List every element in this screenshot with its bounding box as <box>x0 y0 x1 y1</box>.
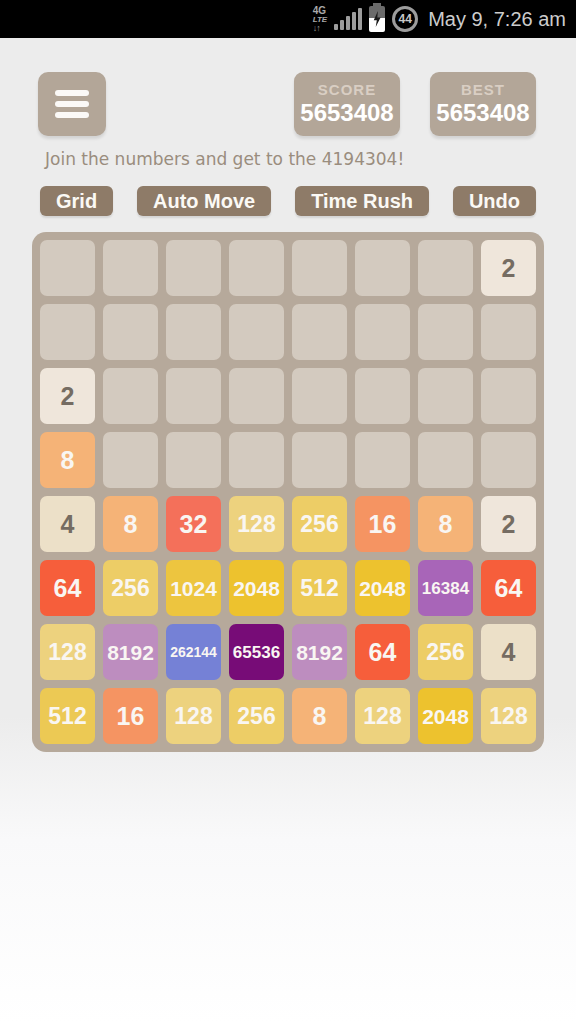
tile-32-r5c3: 32 <box>166 496 221 552</box>
empty-cell-r2c7 <box>418 304 473 360</box>
auto-move-button[interactable]: Auto Move <box>137 186 271 216</box>
tile-64-r7c6: 64 <box>355 624 410 680</box>
network-type-label: 4G <box>313 6 326 16</box>
empty-cell-r4c8 <box>481 432 536 488</box>
header: SCORE 5653408 BEST 5653408 <box>0 38 576 136</box>
tile-262144-r7c3: 262144 <box>166 624 221 680</box>
tagline: Join the numbers and get to the 4194304! <box>45 149 536 169</box>
empty-cell-r1c2 <box>103 240 158 296</box>
empty-cell-r1c7 <box>418 240 473 296</box>
tile-256-r8c4: 256 <box>229 688 284 744</box>
status-time: May 9, 7:26 am <box>428 8 566 31</box>
empty-cell-r4c5 <box>292 432 347 488</box>
network-4g-lte-icon: 4G LTE ↓↑ <box>313 6 328 33</box>
app-screen: 4G LTE ↓↑ 44 May 9, 7:26 am SCORE 565340… <box>0 0 576 1024</box>
tile-65536-r7c4: 65536 <box>229 624 284 680</box>
tile-2048-r8c7: 2048 <box>418 688 473 744</box>
empty-cell-r2c1 <box>40 304 95 360</box>
tile-8-r5c2: 8 <box>103 496 158 552</box>
tile-128-r8c3: 128 <box>166 688 221 744</box>
lightning-bolt-icon <box>373 11 382 27</box>
empty-cell-r1c1 <box>40 240 95 296</box>
tile-256-r6c2: 256 <box>103 560 158 616</box>
empty-cell-r4c4 <box>229 432 284 488</box>
menu-button[interactable] <box>38 72 106 136</box>
empty-cell-r2c2 <box>103 304 158 360</box>
empty-cell-r4c7 <box>418 432 473 488</box>
tile-1024-r6c3: 1024 <box>166 560 221 616</box>
empty-cell-r2c6 <box>355 304 410 360</box>
data-transfer-arrows-icon: ↓↑ <box>313 24 320 33</box>
empty-cell-r3c7 <box>418 368 473 424</box>
tile-8192-r7c2: 8192 <box>103 624 158 680</box>
tile-128-r8c8: 128 <box>481 688 536 744</box>
empty-cell-r1c6 <box>355 240 410 296</box>
empty-cell-r1c5 <box>292 240 347 296</box>
tile-2048-r6c4: 2048 <box>229 560 284 616</box>
tile-64-r6c8: 64 <box>481 560 536 616</box>
hamburger-menu-icon <box>55 90 89 96</box>
tile-512-r8c1: 512 <box>40 688 95 744</box>
empty-cell-r3c5 <box>292 368 347 424</box>
undo-button[interactable]: Undo <box>453 186 536 216</box>
empty-cell-r1c3 <box>166 240 221 296</box>
best-value: 5653408 <box>436 99 529 127</box>
empty-cell-r2c5 <box>292 304 347 360</box>
empty-cell-r4c2 <box>103 432 158 488</box>
tile-4-r5c1: 4 <box>40 496 95 552</box>
battery-percent-badge: 44 <box>392 6 418 32</box>
best-box: BEST 5653408 <box>430 72 536 136</box>
tile-8192-r7c5: 8192 <box>292 624 347 680</box>
tile-64-r6c1: 64 <box>40 560 95 616</box>
battery-charging-icon <box>369 6 385 32</box>
time-rush-button[interactable]: Time Rush <box>295 186 429 216</box>
empty-cell-r3c3 <box>166 368 221 424</box>
score-label: SCORE <box>318 81 376 99</box>
tile-128-r7c1: 128 <box>40 624 95 680</box>
score-box: SCORE 5653408 <box>294 72 400 136</box>
empty-cell-r2c3 <box>166 304 221 360</box>
tile-256-r5c5: 256 <box>292 496 347 552</box>
board[interactable]: 2284832128256168264256102420485122048163… <box>32 232 544 752</box>
tile-8-r8c5: 8 <box>292 688 347 744</box>
empty-cell-r4c3 <box>166 432 221 488</box>
tile-2048-r6c6: 2048 <box>355 560 410 616</box>
tile-16-r8c2: 16 <box>103 688 158 744</box>
score-value: 5653408 <box>300 99 393 127</box>
toolbar: Grid Auto Move Time Rush Undo <box>40 186 536 216</box>
tile-2-r5c8: 2 <box>481 496 536 552</box>
tile-4-r7c8: 4 <box>481 624 536 680</box>
grid-button[interactable]: Grid <box>40 186 113 216</box>
tile-256-r7c7: 256 <box>418 624 473 680</box>
tile-16-r5c6: 16 <box>355 496 410 552</box>
tile-16384-r6c7: 16384 <box>418 560 473 616</box>
empty-cell-r4c6 <box>355 432 410 488</box>
tile-2-r3c1: 2 <box>40 368 95 424</box>
tile-8-r4c1: 8 <box>40 432 95 488</box>
tile-8-r5c7: 8 <box>418 496 473 552</box>
tile-2-r1c8: 2 <box>481 240 536 296</box>
empty-cell-r3c4 <box>229 368 284 424</box>
status-bar: 4G LTE ↓↑ 44 May 9, 7:26 am <box>0 0 576 38</box>
empty-cell-r1c4 <box>229 240 284 296</box>
tile-128-r5c4: 128 <box>229 496 284 552</box>
empty-cell-r3c6 <box>355 368 410 424</box>
empty-cell-r2c4 <box>229 304 284 360</box>
empty-cell-r3c2 <box>103 368 158 424</box>
signal-strength-icon <box>334 8 362 30</box>
empty-cell-r3c8 <box>481 368 536 424</box>
tile-128-r8c6: 128 <box>355 688 410 744</box>
best-label: BEST <box>461 81 505 99</box>
tile-512-r6c5: 512 <box>292 560 347 616</box>
empty-cell-r2c8 <box>481 304 536 360</box>
